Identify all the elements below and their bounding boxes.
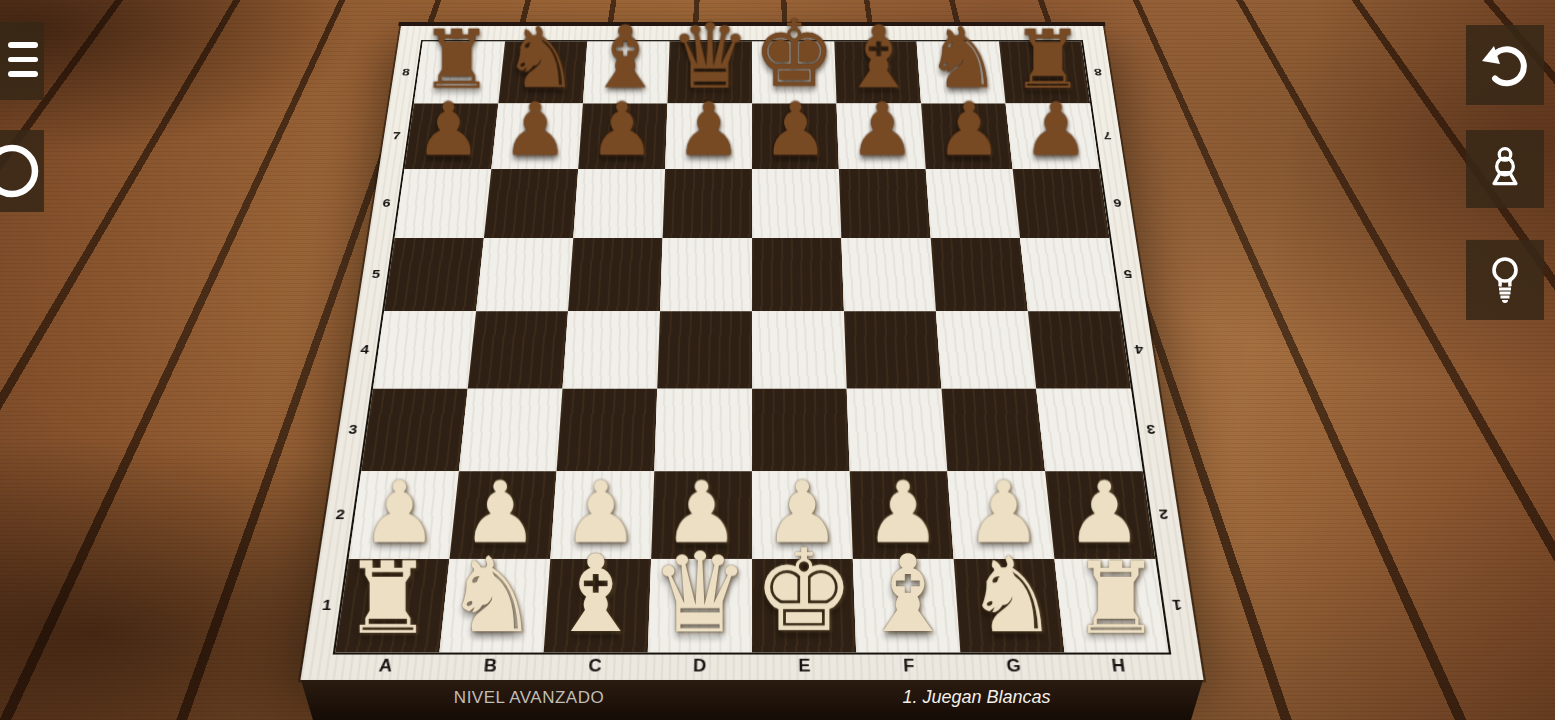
level-label: NIVEL AVANZADO	[419, 688, 639, 708]
square-f4[interactable]	[844, 311, 942, 389]
square-c6[interactable]	[573, 169, 665, 238]
menu-button[interactable]	[0, 22, 44, 100]
piece-white-king-e1[interactable]: ♚	[752, 559, 856, 653]
turn-indicator: 1. Juegan Blancas	[859, 687, 1094, 708]
square-g4[interactable]	[936, 311, 1036, 389]
square-e3[interactable]	[752, 389, 850, 471]
square-a5[interactable]	[384, 238, 484, 311]
piece-white-bishop-f1[interactable]: ♝	[853, 559, 961, 653]
file-label-f: F	[856, 653, 962, 681]
piece-white-queen-d1[interactable]: ♛	[648, 559, 752, 653]
piece-black-pawn-b7[interactable]: ♟	[491, 103, 583, 168]
black-pawn-glyph: ♟	[665, 92, 752, 166]
file-label-b: B	[436, 653, 543, 681]
square-c5[interactable]	[568, 238, 663, 311]
piece-black-pawn-g7[interactable]: ♟	[921, 103, 1013, 168]
square-h6[interactable]	[1013, 169, 1110, 238]
circle-icon	[0, 130, 44, 212]
black-pawn-glyph: ♟	[752, 92, 839, 166]
file-label-e: E	[752, 653, 857, 681]
square-h5[interactable]	[1020, 238, 1120, 311]
black-pawn-glyph: ♟	[492, 92, 579, 166]
black-pawn-glyph: ♟	[578, 92, 665, 166]
chess-board: 8877665544332211ABCDEFGH♜♞♝♛♚♝♞♜♟♟♟♟♟♟♟♟…	[300, 26, 1203, 680]
square-g5[interactable]	[931, 238, 1028, 311]
square-g6[interactable]	[926, 169, 1020, 238]
piece-white-bishop-c1[interactable]: ♝	[544, 559, 652, 653]
file-label-c: C	[542, 653, 648, 681]
piece-style-button[interactable]	[1466, 130, 1544, 208]
square-d5[interactable]	[660, 238, 752, 311]
square-d6[interactable]	[663, 169, 752, 238]
board-scene: 8877665544332211ABCDEFGH♜♞♝♛♚♝♞♜♟♟♟♟♟♟♟♟…	[357, 0, 1147, 705]
board-front-edge: NIVEL AVANZADO 1. Juegan Blancas	[301, 680, 1203, 720]
square-c4[interactable]	[563, 311, 661, 389]
square-h3[interactable]	[1036, 389, 1143, 471]
file-label-h: H	[1065, 653, 1173, 681]
square-b3[interactable]	[459, 389, 563, 471]
square-d4[interactable]	[657, 311, 752, 389]
piece-white-knight-b1[interactable]: ♞	[439, 559, 550, 653]
square-a6[interactable]	[395, 169, 492, 238]
undo-arrow-icon	[1477, 37, 1533, 93]
piece-white-rook-a1[interactable]: ♜	[335, 559, 449, 653]
black-pawn-glyph: ♟	[926, 92, 1013, 166]
white-rook-glyph: ♜	[1064, 549, 1168, 649]
file-label-a: A	[331, 653, 439, 681]
square-f3[interactable]	[847, 389, 948, 471]
white-bishop-glyph: ♝	[856, 542, 960, 648]
pawn-icon	[1480, 144, 1530, 194]
file-label-g: G	[960, 653, 1067, 681]
white-bishop-glyph: ♝	[544, 542, 648, 648]
square-e4[interactable]	[752, 311, 847, 389]
square-h4[interactable]	[1028, 311, 1131, 389]
undo-button[interactable]	[1466, 25, 1544, 105]
square-d3[interactable]	[654, 389, 752, 471]
hint-button[interactable]	[1466, 240, 1544, 320]
square-b4[interactable]	[468, 311, 568, 389]
file-label-d: D	[647, 653, 752, 681]
square-f5[interactable]	[841, 238, 936, 311]
piece-white-rook-h1[interactable]: ♜	[1055, 559, 1169, 653]
white-knight-glyph: ♞	[440, 544, 544, 648]
white-king-glyph: ♚	[752, 535, 856, 648]
white-rook-glyph: ♜	[336, 549, 440, 649]
black-pawn-glyph: ♟	[839, 92, 926, 166]
square-a3[interactable]	[361, 389, 468, 471]
piece-black-pawn-c7[interactable]: ♟	[578, 103, 667, 168]
piece-black-pawn-f7[interactable]: ♟	[837, 103, 926, 168]
square-g3[interactable]	[941, 389, 1045, 471]
square-f6[interactable]	[839, 169, 931, 238]
piece-black-pawn-a7[interactable]: ♟	[404, 103, 498, 168]
square-b5[interactable]	[476, 238, 573, 311]
square-b6[interactable]	[484, 169, 578, 238]
hamburger-icon	[8, 42, 38, 77]
square-e6[interactable]	[752, 169, 841, 238]
black-pawn-glyph: ♟	[1012, 92, 1099, 166]
white-queen-glyph: ♛	[648, 537, 752, 648]
piece-black-pawn-h7[interactable]: ♟	[1006, 103, 1100, 168]
square-a4[interactable]	[373, 311, 476, 389]
circle-button[interactable]	[0, 130, 44, 212]
lightbulb-icon	[1479, 252, 1531, 308]
black-pawn-glyph: ♟	[405, 92, 492, 166]
square-c3[interactable]	[557, 389, 658, 471]
piece-black-pawn-e7[interactable]: ♟	[752, 103, 839, 168]
piece-white-knight-g1[interactable]: ♞	[954, 559, 1065, 653]
piece-black-pawn-d7[interactable]: ♟	[665, 103, 752, 168]
square-e5[interactable]	[752, 238, 844, 311]
white-knight-glyph: ♞	[960, 544, 1064, 648]
